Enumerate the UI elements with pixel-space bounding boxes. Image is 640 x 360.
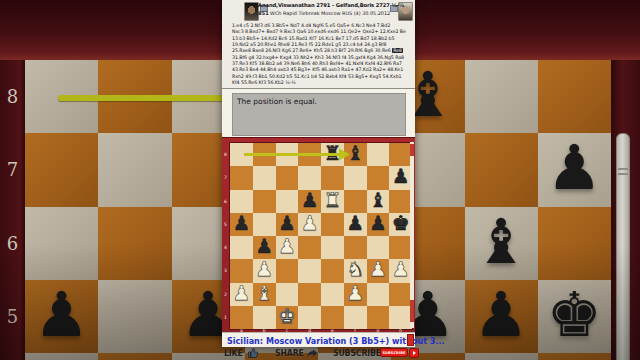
black-king-piece[interactable]: ♚ — [392, 212, 410, 235]
white-pawn-piece[interactable]: ♟ — [301, 212, 319, 235]
players-result-line: Anand,Viswanathan 2791 - Gelfand,Boris 2… — [258, 2, 390, 8]
mini-board: ♜♝♟♟♜♝♟♟♟♟♟♚♟♟♟♞♟♟♟♝♟♚ — [229, 142, 413, 330]
black-pawn-piece[interactable]: ♟ — [278, 212, 296, 235]
black-pawn-piece: ♟ — [547, 131, 603, 204]
square-e3[interactable] — [321, 259, 344, 282]
square-a2[interactable]: ♟ — [230, 283, 253, 306]
square-f7[interactable] — [344, 166, 367, 189]
scrollbar-ridge — [618, 173, 628, 175]
share-arrow-icon[interactable] — [306, 347, 319, 359]
square-f8[interactable]: ♝ — [344, 143, 367, 166]
subscribe-button-label: SUBSCRIBE — [382, 351, 405, 355]
white-pawn-piece[interactable]: ♟ — [278, 235, 296, 258]
square-g8 — [465, 60, 538, 133]
square-g4[interactable] — [367, 236, 390, 259]
engagement-bar: LIKE SHARE SUBSCRIBE SUBSCRIBE — [0, 346, 640, 360]
square-e5[interactable] — [321, 213, 344, 236]
square-h1[interactable] — [389, 306, 412, 329]
black-pawn-piece: ♟ — [34, 278, 90, 351]
black-pawn-piece: ♟ — [473, 278, 529, 351]
square-h6 — [538, 207, 611, 280]
move-list[interactable]: 1.e4 c5 2.Nf3 d6 3.Bb5+ Nd7 4.d4 Ngf6 5.… — [232, 23, 406, 87]
move-line[interactable]: Kf4 55.Re6 Kf3 56.Kb2 ½-½ — [232, 80, 406, 86]
square-f1[interactable] — [344, 306, 367, 329]
square-g3[interactable]: ♟ — [367, 259, 390, 282]
black-pawn-piece[interactable]: ♟ — [369, 212, 387, 235]
square-f5[interactable]: ♟ — [344, 213, 367, 236]
square-b8[interactable] — [253, 143, 276, 166]
title-scrollbar-thumb[interactable] — [407, 334, 414, 346]
square-e2[interactable] — [321, 283, 344, 306]
black-king-piece: ♚ — [547, 278, 603, 351]
background-rank-label-6: 6 — [0, 207, 25, 280]
mini-rank-label-7: 7 — [222, 166, 229, 189]
square-c7[interactable] — [276, 166, 299, 189]
white-player-photo — [244, 2, 259, 21]
square-d4[interactable] — [298, 236, 321, 259]
scrollbar-ridge — [618, 168, 628, 170]
square-g5[interactable]: ♟ — [367, 213, 390, 236]
share-button[interactable]: SHARE — [275, 347, 304, 358]
square-f4[interactable] — [344, 236, 367, 259]
square-g6: ♝ — [465, 207, 538, 280]
scrollbar-thumb[interactable] — [410, 144, 414, 156]
square-c1[interactable]: ♚ — [276, 306, 299, 329]
square-c4[interactable]: ♟ — [276, 236, 299, 259]
background-rank-label-8: 8 — [0, 60, 25, 133]
move-line[interactable]: Nxc3 8.Bxd7+ Bxd7 9.Bxc3 Qa6 10.exd6 exd… — [232, 29, 406, 35]
square-d3[interactable] — [298, 259, 321, 282]
square-h7[interactable]: ♟ — [389, 166, 412, 189]
mini-board-frame: ♜♝♟♟♜♝♟♟♟♟♟♚♟♟♟♞♟♟♟♝♟♚ 87654321 abcdefgh — [222, 137, 415, 333]
move-line[interactable]: 25.Rxe8 Bxe8 26.Nf3 Kg6 27.Re6+ Kh5 28.h… — [232, 48, 406, 54]
like-button[interactable]: LIKE — [224, 347, 243, 358]
current-move-highlight[interactable]: Re8 — [392, 48, 403, 53]
square-h3[interactable]: ♟ — [389, 259, 412, 282]
move-arrow-background — [58, 95, 222, 101]
square-h7: ♟ — [538, 133, 611, 206]
square-f6[interactable] — [344, 190, 367, 213]
square-f2[interactable]: ♟ — [344, 283, 367, 306]
black-pawn-piece[interactable]: ♟ — [232, 212, 250, 235]
square-a5: ♟ — [25, 280, 98, 353]
square-c8[interactable] — [276, 143, 299, 166]
white-pawn-piece[interactable]: ♟ — [346, 282, 364, 305]
square-h5[interactable]: ♚ — [389, 213, 412, 236]
square-f3[interactable]: ♞ — [344, 259, 367, 282]
square-e4[interactable] — [321, 236, 344, 259]
white-pawn-piece[interactable]: ♟ — [392, 258, 410, 281]
black-pawn-piece[interactable]: ♟ — [301, 189, 319, 212]
square-h8 — [538, 60, 611, 133]
evaluation-box: The position is equal. — [232, 93, 406, 136]
white-king-piece[interactable]: ♚ — [278, 305, 296, 328]
square-c6[interactable] — [276, 190, 299, 213]
square-b6[interactable] — [253, 190, 276, 213]
square-e8[interactable]: ♜ — [321, 143, 344, 166]
mini-rank-label-4: 4 — [222, 236, 229, 259]
square-a7 — [25, 133, 98, 206]
square-c5[interactable]: ♟ — [276, 213, 299, 236]
square-b4[interactable]: ♟ — [253, 236, 276, 259]
square-g7 — [465, 133, 538, 206]
square-h6[interactable] — [389, 190, 412, 213]
black-pawn-piece[interactable]: ♟ — [255, 235, 273, 258]
mini-rank-label-1: 1 — [222, 306, 229, 329]
event-details: WCh Rapid Tiebreak Moscow RUS (4) 30.05.… — [269, 10, 391, 16]
square-a1[interactable] — [230, 306, 253, 329]
white-pawn-piece[interactable]: ♟ — [369, 258, 387, 281]
square-h2[interactable] — [389, 283, 412, 306]
black-pawn-piece[interactable]: ♟ — [346, 212, 364, 235]
square-e6[interactable]: ♜ — [321, 190, 344, 213]
square-d2[interactable] — [298, 283, 321, 306]
square-g7[interactable] — [367, 166, 390, 189]
square-a8[interactable] — [230, 143, 253, 166]
mini-rank-label-2: 2 — [222, 283, 229, 306]
square-c3[interactable] — [276, 259, 299, 282]
square-g8[interactable] — [367, 143, 390, 166]
square-b6 — [98, 207, 171, 280]
event-line: B51 WCh Rapid Tiebreak Moscow RUS (4) 30… — [258, 10, 390, 16]
black-bishop-piece[interactable]: ♝ — [369, 189, 387, 212]
square-a5[interactable]: ♟ — [230, 213, 253, 236]
black-pawn-piece[interactable]: ♟ — [392, 165, 410, 188]
square-d5[interactable]: ♟ — [298, 213, 321, 236]
mini-rank-label-8: 8 — [222, 143, 229, 166]
header-text: Anand,Viswanathan 2791 - Gelfand,Boris 2… — [258, 2, 390, 16]
square-b2[interactable]: ♝ — [253, 283, 276, 306]
square-h8[interactable] — [389, 143, 412, 166]
black-bishop-piece[interactable]: ♝ — [346, 142, 364, 165]
background-rank-label-7: 7 — [0, 133, 25, 206]
square-c2[interactable] — [276, 283, 299, 306]
white-pawn-piece[interactable]: ♟ — [232, 282, 250, 305]
square-b1[interactable] — [253, 306, 276, 329]
square-e1[interactable] — [321, 306, 344, 329]
scrollbar-thumb[interactable] — [410, 300, 414, 322]
black-rook-piece[interactable]: ♜ — [323, 142, 341, 165]
square-g1[interactable] — [367, 306, 390, 329]
evaluation-text: The position is equal. — [233, 94, 405, 109]
square-a6[interactable] — [230, 190, 253, 213]
mini-board-rank-labels: 87654321 — [222, 143, 229, 329]
scrollbar[interactable] — [616, 133, 630, 360]
white-pawn-piece[interactable]: ♟ — [255, 258, 273, 281]
square-b5 — [98, 280, 171, 353]
video-title-strip: Sicilian: Moscow Variation (3 Bb5+) with… — [222, 332, 415, 347]
square-h4[interactable] — [389, 236, 412, 259]
evaluation-area: The position is equal. — [222, 88, 415, 138]
youtube-icon[interactable] — [409, 348, 419, 358]
mini-rank-label-3: 3 — [222, 259, 229, 282]
move-line[interactable]: 43.Re3 Be4 44.Bh4 axb3 45.Bg3+ Kf5 46.ax… — [232, 67, 406, 73]
square-b3[interactable]: ♟ — [253, 259, 276, 282]
square-d8[interactable] — [298, 143, 321, 166]
subscribe-button[interactable]: SUBSCRIBE — [380, 348, 408, 357]
game-header: Anand,Viswanathan 2791 - Gelfand,Boris 2… — [222, 0, 415, 22]
black-bishop-piece: ♝ — [473, 205, 529, 278]
square-b7 — [98, 133, 171, 206]
subscribe-label[interactable]: SUBSCRIBE — [333, 347, 381, 358]
mini-rank-label-5: 5 — [222, 213, 229, 236]
square-a3[interactable] — [230, 259, 253, 282]
move-line-pre[interactable]: 25.Rxe8 Bxe8 26.Nf3 Kg6 27.Re6+ Kh5 28.h… — [232, 48, 392, 53]
square-b5[interactable] — [253, 213, 276, 236]
mini-rank-label-6: 6 — [222, 190, 229, 213]
white-knight-piece[interactable]: ♞ — [346, 258, 364, 281]
background-rank-label-5: 5 — [0, 280, 25, 353]
square-d1[interactable] — [298, 306, 321, 329]
square-g5: ♟ — [465, 280, 538, 353]
square-a4[interactable] — [230, 236, 253, 259]
square-d6[interactable]: ♟ — [298, 190, 321, 213]
eco-code: B51 — [258, 10, 269, 16]
square-a7[interactable] — [230, 166, 253, 189]
mini-board-scrollbar[interactable] — [410, 142, 414, 328]
white-rook-piece[interactable]: ♜ — [323, 189, 341, 212]
square-d7[interactable] — [298, 166, 321, 189]
square-g2[interactable] — [367, 283, 390, 306]
thumbs-up-icon[interactable] — [247, 347, 260, 359]
square-g6[interactable]: ♝ — [367, 190, 390, 213]
square-a6 — [25, 207, 98, 280]
play-triangle — [413, 351, 416, 355]
square-h5: ♚ — [538, 280, 611, 353]
square-e7[interactable] — [321, 166, 344, 189]
square-b7[interactable] — [253, 166, 276, 189]
chessbase-panel: Anand,Viswanathan 2791 - Gelfand,Boris 2… — [222, 0, 415, 346]
white-bishop-piece[interactable]: ♝ — [255, 282, 273, 305]
